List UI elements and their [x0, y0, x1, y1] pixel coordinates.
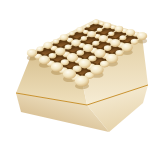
ridge-knob — [55, 47, 65, 55]
ridge-bump — [81, 36, 87, 41]
ridge-knob — [63, 69, 76, 79]
ridge-knob — [94, 49, 105, 58]
ridge-bump — [115, 50, 123, 56]
ridge-knob — [137, 32, 147, 40]
product-photo — [0, 0, 160, 160]
ridge-knob — [99, 35, 108, 42]
ridge-knob — [93, 20, 99, 25]
ridge-knob — [39, 56, 50, 65]
ridge-knob — [43, 42, 52, 49]
ridge-bump — [108, 32, 114, 37]
ridge-knob — [90, 65, 103, 75]
ridge-knob — [126, 29, 135, 36]
ridge-bump — [77, 50, 85, 56]
ridge-bump — [69, 32, 75, 36]
ridge-bump — [97, 28, 103, 32]
ridge-knob — [79, 59, 91, 69]
ashtray-svg — [0, 0, 160, 160]
ridge-knob — [121, 43, 132, 52]
ridge-bump — [119, 35, 126, 40]
ridge-knob — [27, 49, 37, 57]
ridge-bump — [92, 41, 99, 46]
ridge-knob — [106, 54, 118, 64]
ridge-knob — [83, 44, 93, 52]
ridge-bump — [86, 24, 91, 28]
ridge-bump — [104, 45, 112, 51]
ridge-knob — [75, 76, 89, 87]
ridge-bump — [49, 53, 57, 59]
ridge-knob — [67, 53, 78, 62]
ridge-knob — [76, 27, 83, 33]
ridge-knob — [110, 39, 120, 47]
ridge-bump — [99, 22, 104, 26]
ridge-bump — [37, 47, 44, 52]
ridge-knob — [88, 31, 96, 37]
ridge-knob — [104, 23, 111, 29]
ridge-knob — [51, 62, 63, 72]
ridge-bump — [65, 45, 72, 50]
ridge-knob — [71, 39, 80, 46]
ridge-bump — [131, 39, 139, 45]
ridge-knob — [60, 34, 68, 40]
ridge-bump — [53, 39, 59, 44]
ridge-knob — [115, 26, 123, 32]
